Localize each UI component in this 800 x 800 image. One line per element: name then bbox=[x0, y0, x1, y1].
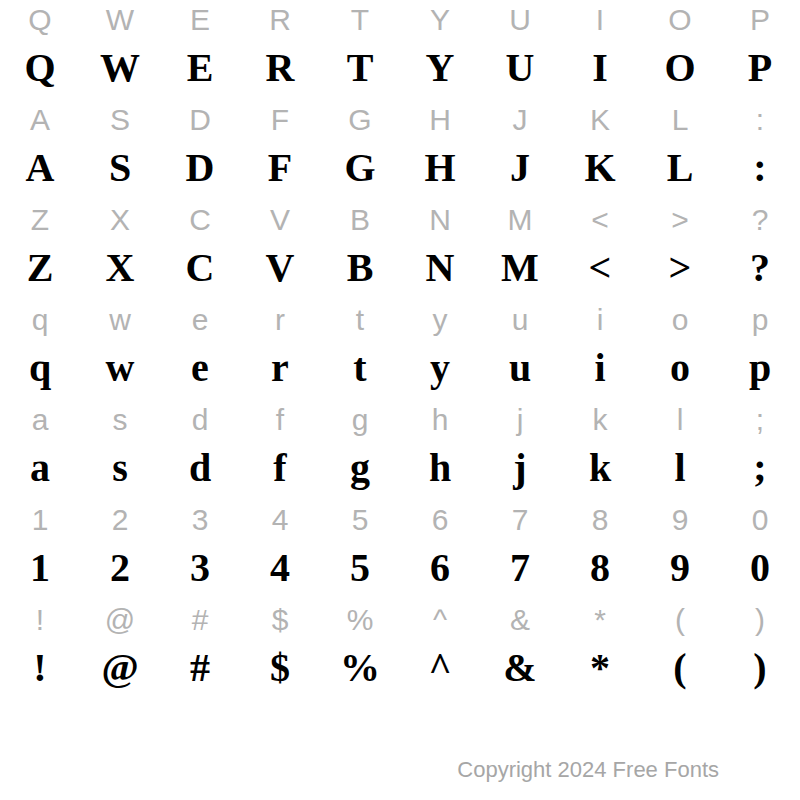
char-cell-r4-c8: ll bbox=[640, 400, 720, 500]
specimen-glyph: u bbox=[509, 340, 531, 396]
char-cell-r2-c4: BB bbox=[320, 200, 400, 300]
specimen-glyph: t bbox=[353, 340, 366, 396]
char-cell-r4-c3: ff bbox=[240, 400, 320, 500]
specimen-glyph: # bbox=[190, 640, 210, 696]
ghost-glyph: 4 bbox=[272, 500, 289, 540]
specimen-glyph: 9 bbox=[670, 540, 690, 596]
ghost-glyph: G bbox=[348, 100, 371, 140]
char-cell-r3-c5: yy bbox=[400, 300, 480, 400]
ghost-glyph: @ bbox=[105, 600, 135, 640]
ghost-glyph: ! bbox=[36, 600, 44, 640]
ghost-glyph: a bbox=[32, 400, 49, 440]
ghost-glyph: O bbox=[668, 0, 691, 40]
ghost-glyph: q bbox=[32, 300, 49, 340]
specimen-glyph: I bbox=[592, 40, 608, 96]
char-cell-r5-c9: 00 bbox=[720, 500, 800, 600]
specimen-glyph: 7 bbox=[510, 540, 530, 596]
char-cell-r5-c4: 55 bbox=[320, 500, 400, 600]
specimen-glyph: a bbox=[30, 440, 50, 496]
char-cell-r1-c3: FF bbox=[240, 100, 320, 200]
specimen-glyph: V bbox=[266, 240, 295, 296]
specimen-glyph: e bbox=[191, 340, 209, 396]
ghost-glyph: g bbox=[352, 400, 369, 440]
specimen-glyph: : bbox=[753, 140, 766, 196]
ghost-glyph: V bbox=[270, 200, 290, 240]
char-cell-r1-c6: JJ bbox=[480, 100, 560, 200]
specimen-glyph: M bbox=[501, 240, 539, 296]
ghost-glyph: Q bbox=[28, 0, 51, 40]
specimen-glyph: 6 bbox=[430, 540, 450, 596]
ghost-glyph: y bbox=[433, 300, 448, 340]
char-cell-r6-c6: && bbox=[480, 600, 560, 700]
char-cell-r2-c9: ?? bbox=[720, 200, 800, 300]
ghost-glyph: 8 bbox=[592, 500, 609, 540]
specimen-glyph: o bbox=[670, 340, 690, 396]
char-cell-r5-c5: 66 bbox=[400, 500, 480, 600]
specimen-glyph: J bbox=[510, 140, 530, 196]
ghost-glyph: E bbox=[190, 0, 210, 40]
specimen-glyph: g bbox=[350, 440, 370, 496]
char-cell-r4-c7: kk bbox=[560, 400, 640, 500]
ghost-glyph: M bbox=[508, 200, 533, 240]
char-cell-r6-c8: (( bbox=[640, 600, 720, 700]
specimen-glyph: X bbox=[106, 240, 135, 296]
specimen-glyph: d bbox=[189, 440, 211, 496]
ghost-glyph: 9 bbox=[672, 500, 689, 540]
char-cell-r3-c8: oo bbox=[640, 300, 720, 400]
ghost-glyph: & bbox=[510, 600, 530, 640]
specimen-glyph: > bbox=[669, 240, 692, 296]
char-cell-r0-c4: TT bbox=[320, 0, 400, 100]
ghost-glyph: 1 bbox=[32, 500, 49, 540]
char-cell-r1-c2: DD bbox=[160, 100, 240, 200]
ghost-glyph: w bbox=[109, 300, 131, 340]
ghost-glyph: B bbox=[350, 200, 370, 240]
specimen-glyph: p bbox=[749, 340, 771, 396]
ghost-glyph: T bbox=[351, 0, 369, 40]
ghost-glyph: I bbox=[596, 0, 604, 40]
specimen-glyph: O bbox=[664, 40, 695, 96]
specimen-glyph: U bbox=[506, 40, 535, 96]
char-cell-r6-c4: %% bbox=[320, 600, 400, 700]
specimen-glyph: Z bbox=[27, 240, 54, 296]
specimen-glyph: T bbox=[347, 40, 374, 96]
specimen-glyph: ? bbox=[750, 240, 770, 296]
ghost-glyph: J bbox=[513, 100, 528, 140]
specimen-glyph: i bbox=[594, 340, 605, 396]
char-cell-r3-c6: uu bbox=[480, 300, 560, 400]
ghost-glyph: % bbox=[347, 600, 374, 640]
ghost-glyph: Y bbox=[430, 0, 450, 40]
specimen-glyph: r bbox=[271, 340, 289, 396]
specimen-glyph: K bbox=[584, 140, 615, 196]
char-cell-r3-c2: ee bbox=[160, 300, 240, 400]
specimen-glyph: B bbox=[347, 240, 374, 296]
char-cell-r5-c3: 44 bbox=[240, 500, 320, 600]
char-cell-r2-c2: CC bbox=[160, 200, 240, 300]
char-cell-r2-c5: NN bbox=[400, 200, 480, 300]
ghost-glyph: e bbox=[192, 300, 209, 340]
char-cell-r4-c0: aa bbox=[0, 400, 80, 500]
ghost-glyph: 3 bbox=[192, 500, 209, 540]
ghost-glyph: A bbox=[30, 100, 50, 140]
specimen-glyph: H bbox=[424, 140, 455, 196]
char-cell-r2-c3: VV bbox=[240, 200, 320, 300]
char-cell-r4-c9: ;; bbox=[720, 400, 800, 500]
ghost-glyph: i bbox=[597, 300, 604, 340]
char-cell-r1-c8: LL bbox=[640, 100, 720, 200]
char-cell-r6-c0: !! bbox=[0, 600, 80, 700]
char-cell-r0-c5: YY bbox=[400, 0, 480, 100]
char-cell-r4-c2: dd bbox=[160, 400, 240, 500]
ghost-glyph: W bbox=[106, 0, 134, 40]
specimen-glyph: ( bbox=[673, 640, 686, 696]
ghost-glyph: ) bbox=[755, 600, 765, 640]
char-cell-r1-c4: GG bbox=[320, 100, 400, 200]
char-cell-r3-c9: pp bbox=[720, 300, 800, 400]
ghost-glyph: U bbox=[509, 0, 531, 40]
char-cell-r3-c7: ii bbox=[560, 300, 640, 400]
specimen-glyph: ^ bbox=[428, 640, 451, 696]
char-cell-r4-c1: ss bbox=[80, 400, 160, 500]
specimen-glyph: < bbox=[589, 240, 612, 296]
char-cell-r2-c1: XX bbox=[80, 200, 160, 300]
specimen-glyph: * bbox=[590, 640, 610, 696]
specimen-glyph: q bbox=[29, 340, 51, 396]
ghost-glyph: N bbox=[429, 200, 451, 240]
specimen-glyph: A bbox=[26, 140, 55, 196]
ghost-glyph: R bbox=[269, 0, 291, 40]
ghost-glyph: ( bbox=[675, 600, 685, 640]
ghost-glyph: # bbox=[192, 600, 209, 640]
specimen-glyph: ! bbox=[33, 640, 46, 696]
char-cell-r6-c5: ^^ bbox=[400, 600, 480, 700]
ghost-glyph: Z bbox=[31, 200, 49, 240]
char-cell-r0-c0: QQ bbox=[0, 0, 80, 100]
ghost-glyph: s bbox=[113, 400, 128, 440]
char-cell-r5-c8: 99 bbox=[640, 500, 720, 600]
ghost-glyph: D bbox=[189, 100, 211, 140]
ghost-glyph: ? bbox=[752, 200, 769, 240]
specimen-glyph: 2 bbox=[110, 540, 130, 596]
specimen-glyph: 0 bbox=[750, 540, 770, 596]
char-cell-r3-c0: qq bbox=[0, 300, 80, 400]
char-cell-r2-c8: >> bbox=[640, 200, 720, 300]
specimen-glyph: F bbox=[268, 140, 292, 196]
specimen-glyph: C bbox=[186, 240, 215, 296]
char-cell-r6-c1: @@ bbox=[80, 600, 160, 700]
ghost-glyph: 5 bbox=[352, 500, 369, 540]
char-cell-r1-c7: KK bbox=[560, 100, 640, 200]
specimen-glyph: k bbox=[589, 440, 611, 496]
char-cell-r5-c6: 77 bbox=[480, 500, 560, 600]
specimen-glyph: S bbox=[109, 140, 131, 196]
char-cell-r5-c0: 11 bbox=[0, 500, 80, 600]
ghost-glyph: : bbox=[756, 100, 764, 140]
char-cell-r4-c6: jj bbox=[480, 400, 560, 500]
ghost-glyph: 2 bbox=[112, 500, 129, 540]
specimen-glyph: h bbox=[429, 440, 451, 496]
ghost-glyph: f bbox=[276, 400, 284, 440]
specimen-glyph: % bbox=[340, 640, 380, 696]
specimen-glyph: l bbox=[674, 440, 685, 496]
specimen-glyph: @ bbox=[101, 640, 138, 696]
specimen-glyph: $ bbox=[270, 640, 290, 696]
ghost-glyph: o bbox=[672, 300, 689, 340]
ghost-glyph: j bbox=[517, 400, 524, 440]
char-cell-r5-c7: 88 bbox=[560, 500, 640, 600]
specimen-glyph: Y bbox=[426, 40, 455, 96]
char-cell-r0-c7: II bbox=[560, 0, 640, 100]
copyright-text: Copyright 2024 Free Fonts bbox=[0, 756, 719, 784]
specimen-glyph: P bbox=[748, 40, 772, 96]
char-cell-r0-c3: RR bbox=[240, 0, 320, 100]
specimen-glyph: 1 bbox=[30, 540, 50, 596]
char-cell-r1-c1: SS bbox=[80, 100, 160, 200]
char-cell-r0-c8: OO bbox=[640, 0, 720, 100]
specimen-glyph: G bbox=[344, 140, 375, 196]
specimen-glyph: ; bbox=[753, 440, 766, 496]
char-cell-r0-c6: UU bbox=[480, 0, 560, 100]
ghost-glyph: $ bbox=[272, 600, 289, 640]
char-cell-r1-c0: AA bbox=[0, 100, 80, 200]
specimen-glyph: ) bbox=[753, 640, 766, 696]
ghost-glyph: k bbox=[593, 400, 608, 440]
specimen-glyph: f bbox=[273, 440, 286, 496]
char-cell-r3-c4: tt bbox=[320, 300, 400, 400]
ghost-glyph: > bbox=[671, 200, 689, 240]
ghost-glyph: d bbox=[192, 400, 209, 440]
char-cell-r6-c9: )) bbox=[720, 600, 800, 700]
ghost-glyph: ^ bbox=[433, 600, 447, 640]
char-cell-r6-c2: ## bbox=[160, 600, 240, 700]
ghost-glyph: K bbox=[590, 100, 610, 140]
char-cell-r0-c1: WW bbox=[80, 0, 160, 100]
specimen-glyph: 4 bbox=[270, 540, 290, 596]
ghost-glyph: C bbox=[189, 200, 211, 240]
char-cell-r2-c0: ZZ bbox=[0, 200, 80, 300]
char-cell-r6-c7: ** bbox=[560, 600, 640, 700]
specimen-glyph: 3 bbox=[190, 540, 210, 596]
ghost-glyph: u bbox=[512, 300, 529, 340]
specimen-glyph: D bbox=[186, 140, 215, 196]
ghost-glyph: 7 bbox=[512, 500, 529, 540]
character-map-grid: QQWWEERRTTYYUUIIOOPPAASSDDFFGGHHJJKKLL::… bbox=[0, 0, 800, 700]
specimen-glyph: E bbox=[187, 40, 214, 96]
char-cell-r0-c2: EE bbox=[160, 0, 240, 100]
specimen-glyph: R bbox=[266, 40, 295, 96]
ghost-glyph: h bbox=[432, 400, 449, 440]
ghost-glyph: r bbox=[275, 300, 285, 340]
ghost-glyph: 6 bbox=[432, 500, 449, 540]
char-cell-r0-c9: PP bbox=[720, 0, 800, 100]
specimen-glyph: 5 bbox=[350, 540, 370, 596]
ghost-glyph: P bbox=[750, 0, 770, 40]
specimen-glyph: N bbox=[426, 240, 455, 296]
specimen-glyph: L bbox=[667, 140, 694, 196]
char-cell-r2-c7: << bbox=[560, 200, 640, 300]
ghost-glyph: S bbox=[110, 100, 130, 140]
specimen-glyph: Q bbox=[24, 40, 55, 96]
ghost-glyph: X bbox=[110, 200, 130, 240]
char-cell-r5-c2: 33 bbox=[160, 500, 240, 600]
char-cell-r6-c3: $$ bbox=[240, 600, 320, 700]
specimen-glyph: w bbox=[106, 340, 135, 396]
specimen-glyph: j bbox=[513, 440, 526, 496]
ghost-glyph: l bbox=[677, 400, 684, 440]
ghost-glyph: ; bbox=[756, 400, 764, 440]
char-cell-r2-c6: MM bbox=[480, 200, 560, 300]
ghost-glyph: F bbox=[271, 100, 289, 140]
font-specimen-sheet: QQWWEERRTTYYUUIIOOPPAASSDDFFGGHHJJKKLL::… bbox=[0, 0, 800, 800]
char-cell-r3-c3: rr bbox=[240, 300, 320, 400]
specimen-glyph: & bbox=[503, 640, 536, 696]
char-cell-r5-c1: 22 bbox=[80, 500, 160, 600]
specimen-glyph: 8 bbox=[590, 540, 610, 596]
char-cell-r3-c1: ww bbox=[80, 300, 160, 400]
ghost-glyph: < bbox=[591, 200, 609, 240]
ghost-glyph: 0 bbox=[752, 500, 769, 540]
ghost-glyph: t bbox=[356, 300, 364, 340]
ghost-glyph: * bbox=[594, 600, 606, 640]
char-cell-r1-c5: HH bbox=[400, 100, 480, 200]
char-cell-r4-c5: hh bbox=[400, 400, 480, 500]
ghost-glyph: p bbox=[752, 300, 769, 340]
ghost-glyph: H bbox=[429, 100, 451, 140]
char-cell-r4-c4: gg bbox=[320, 400, 400, 500]
char-cell-r1-c9: :: bbox=[720, 100, 800, 200]
specimen-glyph: W bbox=[100, 40, 140, 96]
specimen-glyph: y bbox=[430, 340, 450, 396]
specimen-glyph: s bbox=[112, 440, 128, 496]
ghost-glyph: L bbox=[672, 100, 689, 140]
